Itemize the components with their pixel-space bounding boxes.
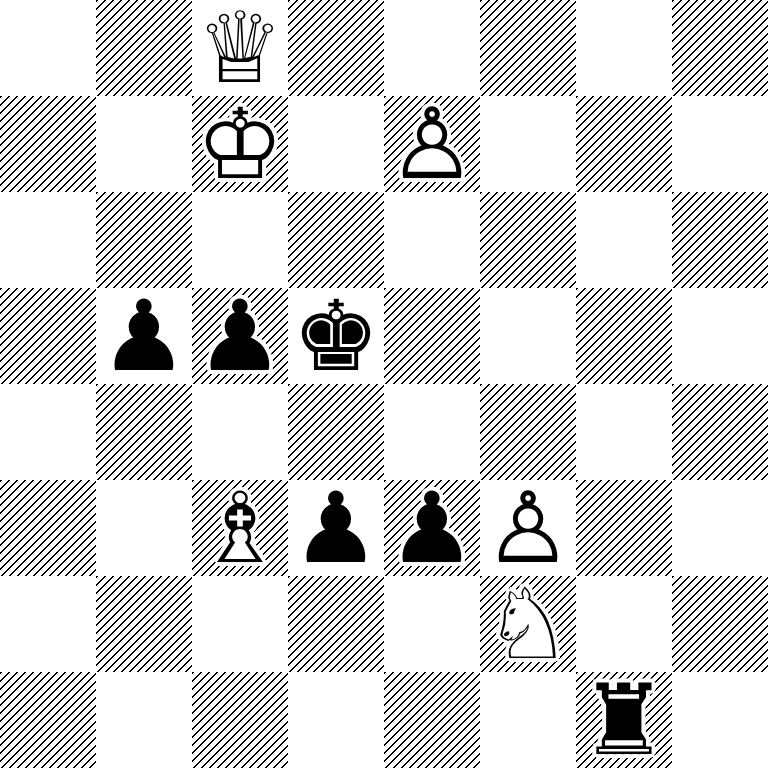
square-c6[interactable] xyxy=(192,192,288,288)
black-rook[interactable]: ♜♜ xyxy=(576,672,672,768)
square-a3[interactable] xyxy=(0,480,96,576)
white-queen-glyph: ♕ xyxy=(192,0,288,96)
square-h4[interactable] xyxy=(672,384,768,480)
square-b8[interactable] xyxy=(96,0,192,96)
square-g6[interactable] xyxy=(576,192,672,288)
square-f8[interactable] xyxy=(480,0,576,96)
square-g3[interactable] xyxy=(576,480,672,576)
black-pawn-glyph: ♟ xyxy=(192,288,288,384)
square-g1[interactable]: ♜♜ xyxy=(576,672,672,768)
square-f1[interactable] xyxy=(480,672,576,768)
black-pawn[interactable]: ♟♟ xyxy=(384,480,480,576)
white-pawn-glyph: ♙ xyxy=(480,480,576,576)
white-king[interactable]: ♚♔ xyxy=(192,96,288,192)
square-d4[interactable] xyxy=(288,384,384,480)
square-c1[interactable] xyxy=(192,672,288,768)
square-e5[interactable] xyxy=(384,288,480,384)
square-g7[interactable] xyxy=(576,96,672,192)
square-h1[interactable] xyxy=(672,672,768,768)
square-h5[interactable] xyxy=(672,288,768,384)
square-c2[interactable] xyxy=(192,576,288,672)
square-e1[interactable] xyxy=(384,672,480,768)
chess-board: ♛♕♚♔♟♙♟♟♟♟♚♚♝♗♟♟♟♟♟♙♞♘♜♜ xyxy=(0,0,768,768)
square-c5[interactable]: ♟♟ xyxy=(192,288,288,384)
square-b1[interactable] xyxy=(96,672,192,768)
white-queen[interactable]: ♛♕ xyxy=(192,0,288,96)
white-bishop-glyph: ♗ xyxy=(192,480,288,576)
square-d6[interactable] xyxy=(288,192,384,288)
square-g5[interactable] xyxy=(576,288,672,384)
square-a4[interactable] xyxy=(0,384,96,480)
square-b3[interactable] xyxy=(96,480,192,576)
square-e3[interactable]: ♟♟ xyxy=(384,480,480,576)
square-c3[interactable]: ♝♗ xyxy=(192,480,288,576)
square-d3[interactable]: ♟♟ xyxy=(288,480,384,576)
square-f2[interactable]: ♞♘ xyxy=(480,576,576,672)
white-knight-glyph: ♘ xyxy=(480,576,576,672)
square-f5[interactable] xyxy=(480,288,576,384)
square-c4[interactable] xyxy=(192,384,288,480)
white-bishop[interactable]: ♝♗ xyxy=(192,480,288,576)
square-g2[interactable] xyxy=(576,576,672,672)
square-h8[interactable] xyxy=(672,0,768,96)
square-g8[interactable] xyxy=(576,0,672,96)
black-king[interactable]: ♚♚ xyxy=(288,288,384,384)
square-d7[interactable] xyxy=(288,96,384,192)
square-a1[interactable] xyxy=(0,672,96,768)
square-a7[interactable] xyxy=(0,96,96,192)
square-a6[interactable] xyxy=(0,192,96,288)
square-a2[interactable] xyxy=(0,576,96,672)
square-e8[interactable] xyxy=(384,0,480,96)
white-pawn[interactable]: ♟♙ xyxy=(480,480,576,576)
square-h6[interactable] xyxy=(672,192,768,288)
square-c7[interactable]: ♚♔ xyxy=(192,96,288,192)
square-b5[interactable]: ♟♟ xyxy=(96,288,192,384)
square-b7[interactable] xyxy=(96,96,192,192)
square-f4[interactable] xyxy=(480,384,576,480)
square-d5[interactable]: ♚♚ xyxy=(288,288,384,384)
square-f6[interactable] xyxy=(480,192,576,288)
black-pawn-glyph: ♟ xyxy=(96,288,192,384)
square-h3[interactable] xyxy=(672,480,768,576)
square-h2[interactable] xyxy=(672,576,768,672)
white-pawn-glyph: ♙ xyxy=(384,96,480,192)
square-f3[interactable]: ♟♙ xyxy=(480,480,576,576)
square-e7[interactable]: ♟♙ xyxy=(384,96,480,192)
square-f7[interactable] xyxy=(480,96,576,192)
black-king-glyph: ♚ xyxy=(288,288,384,384)
square-b4[interactable] xyxy=(96,384,192,480)
square-e6[interactable] xyxy=(384,192,480,288)
black-rook-glyph: ♜ xyxy=(576,672,672,768)
square-g4[interactable] xyxy=(576,384,672,480)
black-pawn[interactable]: ♟♟ xyxy=(192,288,288,384)
square-b2[interactable] xyxy=(96,576,192,672)
white-knight[interactable]: ♞♘ xyxy=(480,576,576,672)
square-b6[interactable] xyxy=(96,192,192,288)
square-h7[interactable] xyxy=(672,96,768,192)
square-d2[interactable] xyxy=(288,576,384,672)
black-pawn-glyph: ♟ xyxy=(288,480,384,576)
square-d1[interactable] xyxy=(288,672,384,768)
square-e4[interactable] xyxy=(384,384,480,480)
square-d8[interactable] xyxy=(288,0,384,96)
square-e2[interactable] xyxy=(384,576,480,672)
black-pawn[interactable]: ♟♟ xyxy=(96,288,192,384)
black-pawn[interactable]: ♟♟ xyxy=(288,480,384,576)
white-pawn[interactable]: ♟♙ xyxy=(384,96,480,192)
square-a8[interactable] xyxy=(0,0,96,96)
square-c8[interactable]: ♛♕ xyxy=(192,0,288,96)
square-a5[interactable] xyxy=(0,288,96,384)
white-king-glyph: ♔ xyxy=(192,96,288,192)
black-pawn-glyph: ♟ xyxy=(384,480,480,576)
